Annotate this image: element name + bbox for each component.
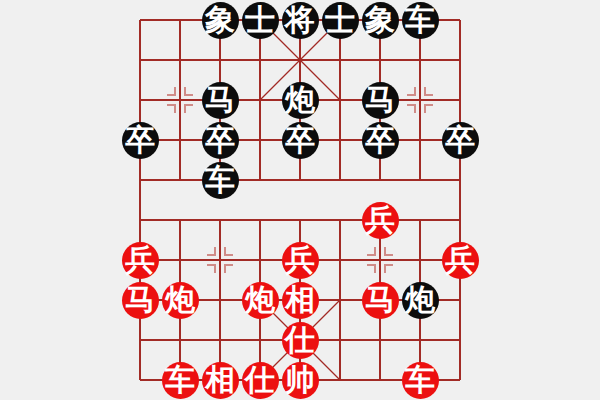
piece-red-horse[interactable]: 马 [122,282,159,319]
pieces-layer: 象士将士象车马炮马卒卒卒卒卒车兵兵兵兵马炮炮相马炮仕车相仕帅车 [0,0,600,400]
piece-black-general[interactable]: 将 [282,2,319,39]
piece-red-soldier[interactable]: 兵 [282,242,319,279]
piece-black-rook[interactable]: 车 [202,162,239,199]
piece-red-general[interactable]: 帅 [282,362,319,399]
piece-black-cannon[interactable]: 炮 [282,82,319,119]
piece-red-cannon[interactable]: 炮 [162,282,199,319]
piece-red-elephant[interactable]: 相 [282,282,319,319]
piece-red-soldier[interactable]: 兵 [362,202,399,239]
piece-red-advisor[interactable]: 仕 [242,362,279,399]
piece-red-soldier[interactable]: 兵 [442,242,479,279]
piece-black-soldier[interactable]: 卒 [282,122,319,159]
xiangqi-board[interactable]: 象士将士象车马炮马卒卒卒卒卒车兵兵兵兵马炮炮相马炮仕车相仕帅车 [0,0,600,400]
piece-black-advisor[interactable]: 士 [322,2,359,39]
piece-red-rook[interactable]: 车 [162,362,199,399]
piece-black-soldier[interactable]: 卒 [362,122,399,159]
piece-red-advisor[interactable]: 仕 [282,322,319,359]
piece-black-advisor[interactable]: 士 [242,2,279,39]
piece-red-rook[interactable]: 车 [402,362,439,399]
piece-black-soldier[interactable]: 卒 [202,122,239,159]
piece-black-elephant[interactable]: 象 [202,2,239,39]
piece-black-soldier[interactable]: 卒 [442,122,479,159]
piece-red-cannon[interactable]: 炮 [242,282,279,319]
piece-black-rook[interactable]: 车 [402,2,439,39]
piece-red-soldier[interactable]: 兵 [122,242,159,279]
piece-black-horse[interactable]: 马 [202,82,239,119]
piece-red-horse[interactable]: 马 [362,282,399,319]
piece-black-horse[interactable]: 马 [362,82,399,119]
piece-red-elephant[interactable]: 相 [202,362,239,399]
piece-black-soldier[interactable]: 卒 [122,122,159,159]
piece-black-elephant[interactable]: 象 [362,2,399,39]
piece-black-cannon[interactable]: 炮 [402,282,439,319]
